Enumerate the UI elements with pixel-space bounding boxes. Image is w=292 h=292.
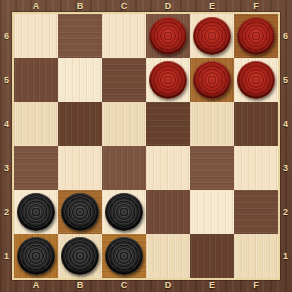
square-a3[interactable]: [14, 146, 58, 190]
square-a6[interactable]: [14, 14, 58, 58]
square-f6[interactable]: [234, 14, 278, 58]
rank-label-right-3: 3: [279, 146, 292, 190]
square-f4[interactable]: [234, 102, 278, 146]
checkers-app-window: AABBCCDDEEFF665544332211: [0, 0, 292, 292]
square-c5[interactable]: [102, 58, 146, 102]
red-checker-d5[interactable]: [149, 61, 187, 99]
file-label-top-a: A: [14, 0, 58, 13]
square-b4[interactable]: [58, 102, 102, 146]
square-d1[interactable]: [146, 234, 190, 278]
square-e4[interactable]: [190, 102, 234, 146]
file-label-bottom-b: B: [58, 279, 102, 292]
file-label-top-f: F: [234, 0, 278, 13]
square-a4[interactable]: [14, 102, 58, 146]
square-e3[interactable]: [190, 146, 234, 190]
red-checker-e6[interactable]: [193, 17, 231, 55]
square-c4[interactable]: [102, 102, 146, 146]
red-checker-e5[interactable]: [193, 61, 231, 99]
rank-label-left-4: 4: [0, 102, 13, 146]
rank-label-left-6: 6: [0, 14, 13, 58]
rank-label-left-1: 1: [0, 234, 13, 278]
square-e6[interactable]: [190, 14, 234, 58]
rank-label-right-4: 4: [279, 102, 292, 146]
square-d4[interactable]: [146, 102, 190, 146]
square-b2[interactable]: [58, 190, 102, 234]
file-label-bottom-d: D: [146, 279, 190, 292]
square-f2[interactable]: [234, 190, 278, 234]
red-checker-f5[interactable]: [237, 61, 275, 99]
square-b5[interactable]: [58, 58, 102, 102]
square-c2[interactable]: [102, 190, 146, 234]
red-checker-d6[interactable]: [149, 17, 187, 55]
rank-label-left-5: 5: [0, 58, 13, 102]
square-e5[interactable]: [190, 58, 234, 102]
file-label-bottom-f: F: [234, 279, 278, 292]
square-a1[interactable]: [14, 234, 58, 278]
square-c1[interactable]: [102, 234, 146, 278]
black-checker-a1[interactable]: [17, 237, 55, 275]
square-b3[interactable]: [58, 146, 102, 190]
square-f3[interactable]: [234, 146, 278, 190]
black-checker-c1[interactable]: [105, 237, 143, 275]
rank-label-right-1: 1: [279, 234, 292, 278]
square-c3[interactable]: [102, 146, 146, 190]
rank-label-left-3: 3: [0, 146, 13, 190]
square-d2[interactable]: [146, 190, 190, 234]
rank-label-right-5: 5: [279, 58, 292, 102]
rank-label-right-6: 6: [279, 14, 292, 58]
square-d5[interactable]: [146, 58, 190, 102]
file-label-bottom-e: E: [190, 279, 234, 292]
file-label-top-b: B: [58, 0, 102, 13]
square-f1[interactable]: [234, 234, 278, 278]
file-label-bottom-c: C: [102, 279, 146, 292]
file-label-bottom-a: A: [14, 279, 58, 292]
square-f5[interactable]: [234, 58, 278, 102]
file-label-top-c: C: [102, 0, 146, 13]
square-a5[interactable]: [14, 58, 58, 102]
red-checker-f6[interactable]: [237, 17, 275, 55]
square-e2[interactable]: [190, 190, 234, 234]
rank-label-right-2: 2: [279, 190, 292, 234]
square-e1[interactable]: [190, 234, 234, 278]
black-checker-b2[interactable]: [61, 193, 99, 231]
file-label-top-e: E: [190, 0, 234, 13]
square-a2[interactable]: [14, 190, 58, 234]
rank-label-left-2: 2: [0, 190, 13, 234]
square-d3[interactable]: [146, 146, 190, 190]
checkers-board: [14, 14, 278, 278]
square-c6[interactable]: [102, 14, 146, 58]
black-checker-b1[interactable]: [61, 237, 99, 275]
file-label-top-d: D: [146, 0, 190, 13]
square-b6[interactable]: [58, 14, 102, 58]
square-b1[interactable]: [58, 234, 102, 278]
black-checker-a2[interactable]: [17, 193, 55, 231]
black-checker-c2[interactable]: [105, 193, 143, 231]
square-d6[interactable]: [146, 14, 190, 58]
